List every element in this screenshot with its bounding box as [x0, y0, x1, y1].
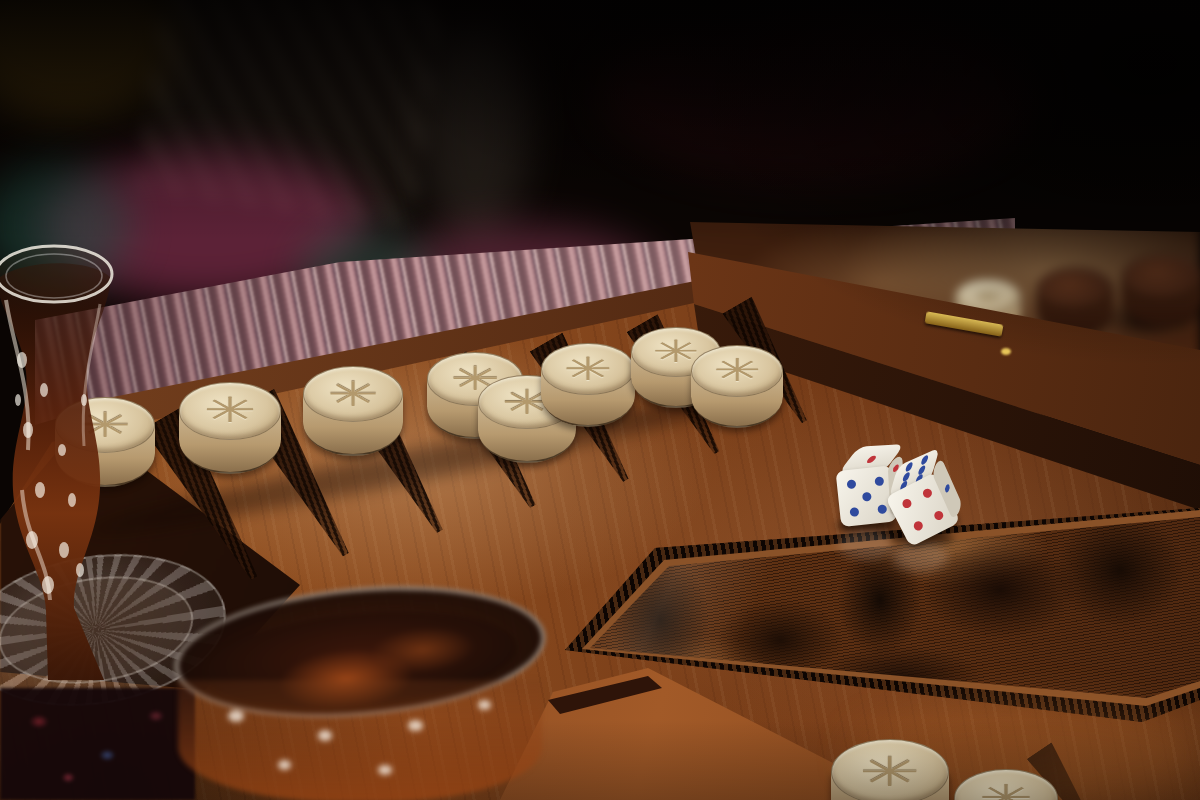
checker-top-face: ✳ — [303, 366, 403, 422]
carved-rosette: ✳ — [564, 353, 613, 385]
checker-top-face — [1122, 253, 1200, 299]
checker-top-face — [1037, 267, 1113, 310]
checker-top-face: ✳ — [831, 739, 949, 800]
carpet-red-patch — [600, 10, 1030, 180]
die-pip — [849, 507, 859, 517]
checker-top-face: ✳ — [179, 382, 281, 439]
brass-hinge-glint — [1001, 348, 1011, 355]
die-pip — [905, 461, 914, 473]
dark-checker[interactable] — [1122, 253, 1200, 327]
die-pip — [921, 487, 933, 499]
light-checker[interactable]: ✳ — [954, 769, 1058, 800]
carved-rosette: ✳ — [859, 752, 920, 792]
checker-top-face: ✳ — [954, 769, 1058, 800]
carved-rosette: ✳ — [979, 780, 1033, 800]
armudu-tea-glass — [0, 240, 142, 680]
light-checker[interactable]: ✳ — [691, 345, 783, 428]
checker-top-face: ✳ — [541, 343, 635, 396]
light-checker[interactable]: ✳ — [831, 739, 949, 800]
light-checker[interactable]: ✳ — [541, 343, 635, 428]
carved-rosette: ✳ — [713, 355, 761, 386]
carpet-motif-patch — [420, 20, 530, 240]
die-pip — [944, 483, 950, 495]
die-pip — [877, 504, 887, 514]
checker-top-face: ✳ — [691, 345, 783, 397]
die-pip — [912, 520, 924, 532]
glass-body — [178, 680, 542, 800]
die-pip — [861, 491, 871, 501]
die-pip — [865, 455, 877, 463]
die-pip — [932, 509, 944, 521]
light-checker[interactable]: ✳ — [303, 366, 403, 456]
die-pip — [901, 498, 913, 510]
patterned-fabric-corner — [0, 688, 195, 800]
foreground-tea-glass — [168, 580, 558, 800]
die-pip — [846, 479, 856, 489]
carved-rosette: ✳ — [971, 286, 1005, 309]
light-checker[interactable]: ✳ — [179, 382, 281, 474]
carved-rosette: ✳ — [204, 394, 257, 429]
backgammon-scene: ✳ — [0, 0, 1200, 800]
carved-rosette: ✳ — [327, 377, 379, 411]
